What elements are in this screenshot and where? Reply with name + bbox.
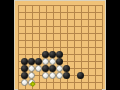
letterbox-left bbox=[0, 0, 14, 90]
grid-line-horizontal bbox=[18, 40, 102, 41]
grid-line-vertical bbox=[39, 5, 40, 89]
white-stone bbox=[35, 65, 42, 72]
grid-line-vertical bbox=[95, 5, 96, 89]
black-stone bbox=[63, 72, 70, 79]
grid-line-vertical bbox=[88, 5, 89, 89]
black-stone bbox=[56, 58, 63, 65]
grid-line-horizontal bbox=[18, 47, 102, 48]
black-stone bbox=[21, 58, 28, 65]
grid-line-horizontal bbox=[18, 5, 102, 6]
grid-line-horizontal bbox=[18, 19, 102, 20]
grid-line-vertical bbox=[102, 5, 103, 89]
black-stone bbox=[21, 72, 28, 79]
white-stone bbox=[28, 72, 35, 79]
black-stone bbox=[42, 65, 49, 72]
black-stone bbox=[21, 65, 28, 72]
white-stone bbox=[28, 65, 35, 72]
grid-line-vertical bbox=[18, 5, 19, 89]
grid-line-horizontal bbox=[18, 33, 102, 34]
white-stone bbox=[42, 72, 49, 79]
black-stone bbox=[42, 51, 49, 58]
black-stone bbox=[49, 65, 56, 72]
white-stone bbox=[21, 79, 28, 86]
white-stone bbox=[56, 72, 63, 79]
grid-line-horizontal bbox=[18, 26, 102, 27]
grid-line-vertical bbox=[74, 5, 75, 89]
black-stone bbox=[77, 72, 84, 79]
grid-line-horizontal bbox=[18, 89, 102, 90]
black-stone bbox=[63, 65, 70, 72]
letterbox-right bbox=[106, 0, 120, 90]
white-stone bbox=[42, 58, 49, 65]
game-window bbox=[0, 0, 120, 90]
grid-line-horizontal bbox=[18, 12, 102, 13]
white-stone bbox=[49, 72, 56, 79]
white-stone bbox=[56, 65, 63, 72]
black-stone bbox=[35, 58, 42, 65]
white-stone bbox=[49, 58, 56, 65]
go-board[interactable] bbox=[14, 0, 106, 90]
black-stone bbox=[28, 58, 35, 65]
black-stone bbox=[49, 51, 56, 58]
black-stone bbox=[56, 51, 63, 58]
